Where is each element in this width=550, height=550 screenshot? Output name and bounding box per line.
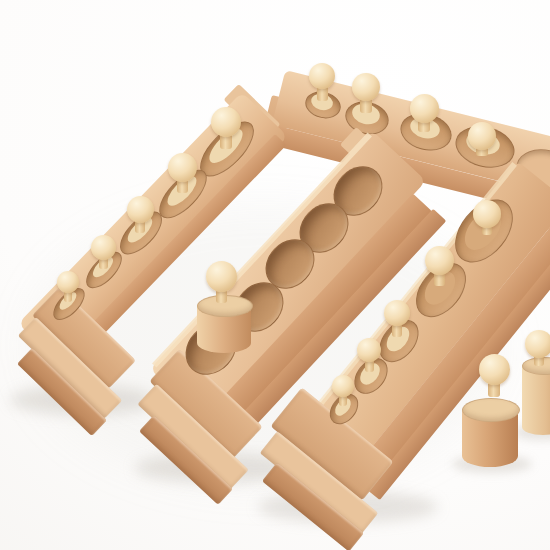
back-block-knob-2	[352, 73, 380, 113]
left-block-knob-3-ball	[127, 196, 154, 223]
left-block-knob-5	[57, 271, 79, 302]
edge-cylinder-floor-knob-ball	[525, 330, 550, 358]
left-block-knob-3	[127, 196, 154, 233]
left-block-knob-2	[168, 153, 197, 193]
back-block-knob-1	[309, 63, 335, 101]
left-block-knob-4	[91, 235, 116, 269]
back-block-knob-2-ball	[352, 73, 380, 101]
back-block-knob-3-ball	[410, 94, 439, 123]
right-block-knob-4-ball	[425, 246, 454, 275]
loose-cylinder-floor-top	[462, 398, 520, 422]
back-block-knob-4	[468, 122, 496, 156]
right-block-knob-5-ball	[473, 200, 501, 228]
back-block-knob-3	[410, 94, 439, 132]
edge-cylinder-floor-knob	[525, 330, 550, 366]
back-block-knob-1-ball	[309, 63, 335, 89]
loose-cylinder-floor-knob-ball	[479, 354, 510, 385]
right-block-knob-2-ball	[357, 338, 381, 362]
edge-cylinder-floor-body	[522, 365, 550, 435]
edge-cylinder-floor	[522, 357, 550, 435]
right-block-knob-1-ball	[332, 375, 354, 397]
product-photo-montessori-cylinder-blocks	[0, 0, 550, 550]
right-block-knob-4	[425, 246, 454, 286]
left-block-knob-2-ball	[168, 153, 197, 182]
right-block-knob-2	[357, 338, 381, 372]
left-block-knob-5-ball	[57, 271, 79, 293]
right-block-knob-3	[384, 300, 410, 337]
right-block-knob-5	[473, 200, 501, 235]
loose-cylinder-floor-knob	[479, 354, 510, 397]
standing-cylinder-knob	[206, 261, 237, 303]
left-block-knob-1-ball	[211, 107, 241, 137]
loose-cylinder-floor	[462, 398, 518, 467]
standing-cylinder-on-middle-block	[197, 295, 251, 353]
standing-cylinder-knob-ball	[206, 261, 237, 292]
left-block-knob-4-ball	[91, 235, 116, 260]
right-block-knob-3-ball	[384, 300, 410, 326]
back-block-knob-4-ball	[468, 122, 496, 150]
left-block-knob-1	[211, 107, 241, 149]
right-block-knob-1	[332, 375, 354, 406]
